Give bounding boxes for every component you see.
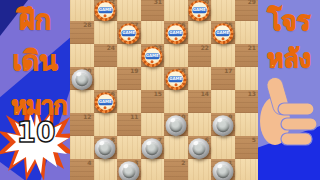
video-thumbnail: 32GAME3130GAME292827GAME26GAME25GAME2423… xyxy=(0,0,320,180)
light-square xyxy=(235,21,259,44)
square-22[interactable]: 22 xyxy=(188,44,212,67)
square-number-label: 4 xyxy=(87,159,91,166)
orange-cap-piece-30[interactable]: GAME xyxy=(189,0,210,21)
orange-cap-piece-26[interactable]: GAME xyxy=(165,23,186,44)
title-line-1: ฝึก xyxy=(0,6,70,33)
silver-cap-piece-3[interactable] xyxy=(118,161,139,180)
orange-cap-piece-23[interactable]: GAME xyxy=(142,46,163,67)
right-title-line-1: โจร xyxy=(258,8,320,34)
left-overlay-panel: 10 ฝึก เดิน หมาก xyxy=(0,0,70,180)
square-30[interactable]: 30GAME xyxy=(188,0,212,21)
light-square xyxy=(164,90,188,113)
right-overlay-panel: โจร หลัง xyxy=(258,0,320,180)
square-number-label: 24 xyxy=(107,44,115,51)
light-square xyxy=(164,44,188,67)
square-number-label: 21 xyxy=(248,44,256,51)
light-square xyxy=(188,113,212,136)
square-25[interactable]: 25GAME xyxy=(211,21,235,44)
silver-cap-piece-7[interactable] xyxy=(142,138,163,159)
silver-cap-piece-20[interactable] xyxy=(71,69,92,90)
square-3[interactable]: 3 xyxy=(117,159,141,180)
light-square xyxy=(94,21,118,44)
cap-label: GAME xyxy=(169,76,183,81)
light-square xyxy=(141,21,165,44)
square-number-label: 12 xyxy=(83,113,91,120)
orange-cap-piece-16[interactable]: GAME xyxy=(95,92,116,113)
square-23[interactable]: 23GAME xyxy=(141,44,165,67)
light-square xyxy=(117,0,141,21)
square-8[interactable]: 8 xyxy=(94,136,118,159)
light-square xyxy=(94,67,118,90)
square-21[interactable]: 21 xyxy=(235,44,259,67)
orange-cap-piece-25[interactable]: GAME xyxy=(212,23,233,44)
light-square xyxy=(117,44,141,67)
cap-label: GAME xyxy=(216,30,230,35)
light-square xyxy=(188,159,212,180)
square-26[interactable]: 26GAME xyxy=(164,21,188,44)
square-number-label: 5 xyxy=(252,136,256,143)
square-10[interactable]: 10 xyxy=(164,113,188,136)
light-square xyxy=(235,67,259,90)
silver-cap-piece-8[interactable] xyxy=(95,138,116,159)
light-square xyxy=(70,90,94,113)
square-6[interactable]: 6 xyxy=(188,136,212,159)
square-32[interactable]: 32GAME xyxy=(94,0,118,21)
square-number-label: 28 xyxy=(83,21,91,28)
square-13[interactable]: 13 xyxy=(235,90,259,113)
light-square xyxy=(211,90,235,113)
square-number-label: 11 xyxy=(130,113,138,120)
light-square xyxy=(94,113,118,136)
square-number-label: 14 xyxy=(201,90,209,97)
right-title-line-2: หลัง xyxy=(258,46,320,71)
square-18[interactable]: 18GAME xyxy=(164,67,188,90)
light-square xyxy=(164,136,188,159)
square-number-label: 13 xyxy=(248,90,256,97)
square-20[interactable]: 20 xyxy=(70,67,94,90)
thumbs-up-icon xyxy=(258,76,320,156)
square-number-label: 22 xyxy=(201,44,209,51)
square-9[interactable]: 9 xyxy=(211,113,235,136)
light-square xyxy=(70,44,94,67)
cap-label: GAME xyxy=(98,99,112,104)
light-square xyxy=(94,159,118,180)
cap-label: GAME xyxy=(145,53,159,58)
light-square xyxy=(117,136,141,159)
square-16[interactable]: 16GAME xyxy=(94,90,118,113)
light-square xyxy=(141,113,165,136)
square-2[interactable]: 2 xyxy=(164,159,188,180)
light-square xyxy=(235,113,259,136)
square-11[interactable]: 11 xyxy=(117,113,141,136)
checkers-board: 32GAME3130GAME292827GAME26GAME25GAME2423… xyxy=(70,0,258,180)
light-square xyxy=(211,44,235,67)
square-27[interactable]: 27GAME xyxy=(117,21,141,44)
square-19[interactable]: 19 xyxy=(117,67,141,90)
square-number-label: 15 xyxy=(154,90,162,97)
light-square xyxy=(70,0,94,21)
light-square xyxy=(70,136,94,159)
square-29[interactable]: 29 xyxy=(235,0,259,21)
light-square xyxy=(188,21,212,44)
light-square xyxy=(235,159,259,180)
square-24[interactable]: 24 xyxy=(94,44,118,67)
silver-cap-piece-10[interactable] xyxy=(165,115,186,136)
square-28[interactable]: 28 xyxy=(70,21,94,44)
square-7[interactable]: 7 xyxy=(141,136,165,159)
light-square xyxy=(211,136,235,159)
silver-cap-piece-6[interactable] xyxy=(189,138,210,159)
orange-cap-piece-27[interactable]: GAME xyxy=(118,23,139,44)
square-1[interactable]: 1 xyxy=(211,159,235,180)
square-number-label: 17 xyxy=(224,67,232,74)
light-square xyxy=(141,159,165,180)
silver-cap-piece-9[interactable] xyxy=(212,115,233,136)
square-number-label: 29 xyxy=(248,0,256,5)
light-square xyxy=(117,90,141,113)
episode-number-badge: 10 xyxy=(0,116,70,149)
square-number-label: 19 xyxy=(130,67,138,74)
cap-label: GAME xyxy=(122,30,136,35)
silver-cap-piece-1[interactable] xyxy=(212,161,233,180)
square-4[interactable]: 4 xyxy=(70,159,94,180)
square-17[interactable]: 17 xyxy=(211,67,235,90)
orange-cap-piece-32[interactable]: GAME xyxy=(95,0,116,21)
cap-label: GAME xyxy=(192,7,206,12)
square-15[interactable]: 15 xyxy=(141,90,165,113)
light-square xyxy=(141,67,165,90)
square-31[interactable]: 31 xyxy=(141,0,165,21)
orange-cap-piece-18[interactable]: GAME xyxy=(165,69,186,90)
square-14[interactable]: 14 xyxy=(188,90,212,113)
title-line-2: เดิน xyxy=(0,47,70,74)
cap-label: GAME xyxy=(169,30,183,35)
light-square xyxy=(164,0,188,21)
cap-label: GAME xyxy=(98,7,112,12)
square-number-label: 31 xyxy=(154,0,162,5)
light-square xyxy=(211,0,235,21)
square-5[interactable]: 5 xyxy=(235,136,259,159)
square-number-label: 2 xyxy=(181,159,185,166)
title-line-3: หมาก xyxy=(0,94,70,118)
square-12[interactable]: 12 xyxy=(70,113,94,136)
light-square xyxy=(188,67,212,90)
